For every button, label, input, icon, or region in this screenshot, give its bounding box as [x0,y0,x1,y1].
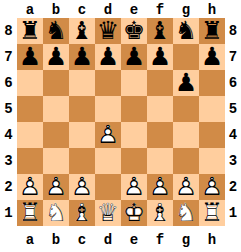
square-d4[interactable]: ♟♙ [95,122,121,148]
white-queen: ♛♕ [95,200,121,226]
file-label-bottom-e: e [121,226,147,252]
black-pawn: ♟ [17,44,43,70]
square-h3[interactable] [199,148,225,174]
rank-label-right-2: 2 [225,174,241,200]
square-d2[interactable] [95,174,121,200]
square-a8[interactable]: ♜ [17,18,43,44]
square-b1[interactable]: ♞♘ [43,200,69,226]
square-b5[interactable] [43,96,69,122]
white-bishop: ♝♗ [147,200,173,226]
square-c3[interactable] [69,148,95,174]
square-h8[interactable]: ♜ [199,18,225,44]
square-e7[interactable]: ♟ [121,44,147,70]
black-pawn: ♟ [95,44,121,70]
square-b6[interactable] [43,70,69,96]
square-c7[interactable]: ♟ [69,44,95,70]
square-a3[interactable] [17,148,43,174]
black-knight: ♞ [43,18,69,44]
black-knight: ♞ [173,18,199,44]
white-rook: ♜♖ [199,200,225,226]
white-pawn: ♟♙ [173,174,199,200]
file-label-bottom-c: c [69,226,95,252]
square-h5[interactable] [199,96,225,122]
square-c2[interactable]: ♟♙ [69,174,95,200]
square-d6[interactable] [95,70,121,96]
square-a6[interactable] [17,70,43,96]
square-f8[interactable]: ♝ [147,18,173,44]
black-pawn: ♟ [173,70,199,96]
square-h7[interactable]: ♟ [199,44,225,70]
square-a5[interactable] [17,96,43,122]
square-g1[interactable]: ♞♘ [173,200,199,226]
square-g2[interactable]: ♟♙ [173,174,199,200]
square-b2[interactable]: ♟♙ [43,174,69,200]
black-queen: ♛ [95,18,121,44]
white-pawn: ♟♙ [199,174,225,200]
square-f4[interactable] [147,122,173,148]
square-b3[interactable] [43,148,69,174]
black-bishop: ♝ [147,18,173,44]
file-label-bottom-h: h [199,226,225,252]
rank-label-right-1: 1 [225,200,241,226]
square-h2[interactable]: ♟♙ [199,174,225,200]
square-b4[interactable] [43,122,69,148]
rank-labels-right: 87654321 [225,18,241,226]
square-h6[interactable] [199,70,225,96]
white-pawn: ♟♙ [17,174,43,200]
white-king: ♚♔ [121,200,147,226]
square-a1[interactable]: ♜♖ [17,200,43,226]
square-d7[interactable]: ♟ [95,44,121,70]
square-c6[interactable] [69,70,95,96]
file-label-bottom-g: g [173,226,199,252]
black-bishop: ♝ [69,18,95,44]
black-king: ♚ [121,18,147,44]
chess-diagram: abcdefgh 87654321 ♜♞♝♛♚♝♞♜♟♟♟♟♟♟♟♟♟♙♟♙♟♙… [0,0,241,252]
white-pawn: ♟♙ [43,174,69,200]
square-f7[interactable]: ♟ [147,44,173,70]
square-c1[interactable]: ♝♗ [69,200,95,226]
white-rook: ♜♖ [17,200,43,226]
rank-label-left-4: 4 [0,122,17,148]
white-pawn: ♟♙ [95,122,121,148]
square-c8[interactable]: ♝ [69,18,95,44]
square-f3[interactable] [147,148,173,174]
square-f2[interactable]: ♟♙ [147,174,173,200]
square-b8[interactable]: ♞ [43,18,69,44]
rank-label-right-5: 5 [225,96,241,122]
square-a2[interactable]: ♟♙ [17,174,43,200]
black-rook: ♜ [199,18,225,44]
square-d1[interactable]: ♛♕ [95,200,121,226]
white-pawn: ♟♙ [121,174,147,200]
white-bishop: ♝♗ [69,200,95,226]
white-pawn: ♟♙ [69,174,95,200]
rank-label-right-6: 6 [225,70,241,96]
white-knight: ♞♘ [173,200,199,226]
black-pawn: ♟ [147,44,173,70]
square-g7[interactable] [173,44,199,70]
square-c5[interactable] [69,96,95,122]
file-labels-bottom: abcdefgh [17,226,225,252]
rank-label-left-8: 8 [0,18,17,44]
square-e2[interactable]: ♟♙ [121,174,147,200]
square-e3[interactable] [121,148,147,174]
square-f5[interactable] [147,96,173,122]
rank-label-right-8: 8 [225,18,241,44]
white-knight: ♞♘ [43,200,69,226]
square-g8[interactable]: ♞ [173,18,199,44]
square-e6[interactable] [121,70,147,96]
black-pawn: ♟ [121,44,147,70]
rank-label-left-3: 3 [0,148,17,174]
rank-label-left-2: 2 [0,174,17,200]
square-f1[interactable]: ♝♗ [147,200,173,226]
rank-label-right-7: 7 [225,44,241,70]
rank-label-left-7: 7 [0,44,17,70]
file-label-bottom-b: b [43,226,69,252]
black-pawn: ♟ [43,44,69,70]
rank-label-left-5: 5 [0,96,17,122]
square-h4[interactable] [199,122,225,148]
file-label-bottom-a: a [17,226,43,252]
square-c4[interactable] [69,122,95,148]
file-label-bottom-f: f [147,226,173,252]
square-e5[interactable] [121,96,147,122]
rank-label-right-3: 3 [225,148,241,174]
square-g6[interactable]: ♟ [173,70,199,96]
white-pawn: ♟♙ [147,174,173,200]
file-label-bottom-d: d [95,226,121,252]
square-d3[interactable] [95,148,121,174]
square-h1[interactable]: ♜♖ [199,200,225,226]
black-pawn: ♟ [199,44,225,70]
rank-label-left-6: 6 [0,70,17,96]
square-b7[interactable]: ♟ [43,44,69,70]
square-f6[interactable] [147,70,173,96]
chess-board: ♜♞♝♛♚♝♞♜♟♟♟♟♟♟♟♟♟♙♟♙♟♙♟♙♟♙♟♙♟♙♟♙♜♖♞♘♝♗♛♕… [17,18,225,226]
square-g4[interactable] [173,122,199,148]
square-a7[interactable]: ♟ [17,44,43,70]
black-pawn: ♟ [69,44,95,70]
square-d8[interactable]: ♛ [95,18,121,44]
square-e4[interactable] [121,122,147,148]
square-a4[interactable] [17,122,43,148]
black-rook: ♜ [17,18,43,44]
rank-labels-left: 87654321 [0,18,17,226]
rank-label-right-4: 4 [225,122,241,148]
square-e8[interactable]: ♚ [121,18,147,44]
square-g5[interactable] [173,96,199,122]
rank-label-left-1: 1 [0,200,17,226]
square-g3[interactable] [173,148,199,174]
square-e1[interactable]: ♚♔ [121,200,147,226]
square-d5[interactable] [95,96,121,122]
